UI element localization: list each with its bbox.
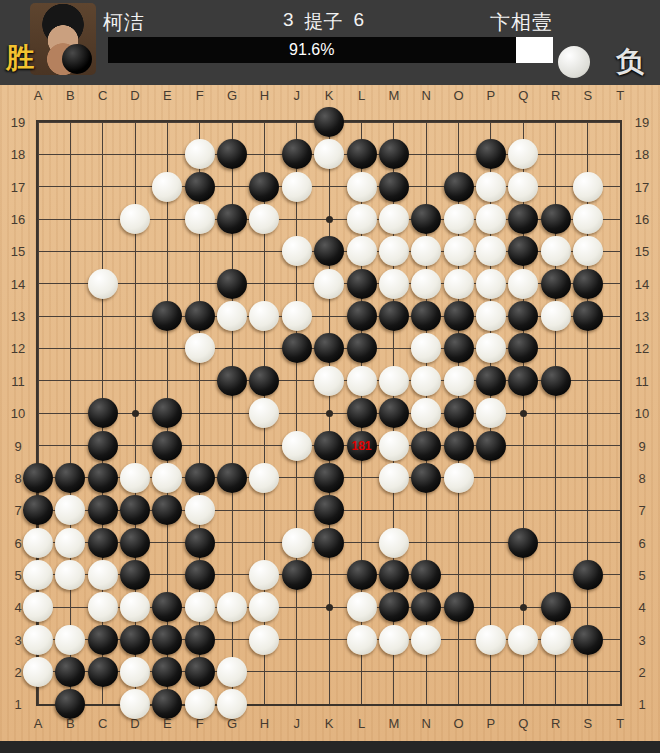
white-stone bbox=[185, 592, 215, 622]
black-stone bbox=[185, 463, 215, 493]
black-stone bbox=[444, 592, 474, 622]
captures-counter: 3 提子 6 bbox=[283, 9, 364, 35]
footer-bar bbox=[0, 741, 660, 753]
black-stone bbox=[444, 398, 474, 428]
black-stone bbox=[379, 139, 409, 169]
star-point bbox=[520, 410, 527, 417]
black-stone-icon bbox=[62, 44, 92, 74]
black-stone bbox=[347, 269, 377, 299]
black-stone bbox=[120, 528, 150, 558]
white-stone bbox=[541, 625, 571, 655]
white-stone bbox=[185, 139, 215, 169]
white-stone bbox=[573, 204, 603, 234]
black-stone bbox=[314, 107, 344, 137]
white-stone bbox=[379, 463, 409, 493]
white-stone bbox=[444, 204, 474, 234]
white-stone bbox=[314, 366, 344, 396]
row-label: 2 bbox=[630, 665, 654, 680]
column-label: H bbox=[254, 716, 274, 731]
column-label: M bbox=[384, 716, 404, 731]
column-label: K bbox=[319, 88, 339, 103]
go-board[interactable]: AABBCCDDEEFFGGHHJJKKLLMMNNOOPPQQRRSSTT19… bbox=[0, 85, 660, 741]
white-stone bbox=[88, 560, 118, 590]
column-label: J bbox=[287, 716, 307, 731]
black-stone bbox=[444, 431, 474, 461]
win-rate-text: 91.6% bbox=[289, 41, 334, 59]
black-stone bbox=[88, 495, 118, 525]
column-label: O bbox=[449, 716, 469, 731]
row-label: 12 bbox=[6, 341, 30, 356]
row-label: 13 bbox=[630, 309, 654, 324]
white-stone bbox=[347, 204, 377, 234]
column-label: J bbox=[287, 88, 307, 103]
black-stone bbox=[282, 139, 312, 169]
column-label: N bbox=[416, 88, 436, 103]
white-stone bbox=[379, 625, 409, 655]
white-stone bbox=[476, 269, 506, 299]
column-label: T bbox=[610, 88, 630, 103]
black-stone bbox=[185, 625, 215, 655]
black-stone bbox=[282, 560, 312, 590]
column-label: D bbox=[125, 88, 145, 103]
black-stone bbox=[23, 495, 53, 525]
black-stone bbox=[541, 204, 571, 234]
black-stone bbox=[347, 333, 377, 363]
row-label: 16 bbox=[6, 212, 30, 227]
white-stone bbox=[282, 431, 312, 461]
white-stone bbox=[411, 269, 441, 299]
left-player-name: 柯洁 bbox=[103, 9, 145, 36]
black-stone bbox=[88, 625, 118, 655]
row-label: 17 bbox=[630, 180, 654, 195]
column-label: O bbox=[449, 88, 469, 103]
white-stone bbox=[55, 625, 85, 655]
white-stone bbox=[120, 463, 150, 493]
black-stone bbox=[217, 204, 247, 234]
white-stone bbox=[282, 301, 312, 331]
row-label: 15 bbox=[630, 244, 654, 259]
black-stone bbox=[152, 431, 182, 461]
black-stone bbox=[444, 301, 474, 331]
row-label: 14 bbox=[6, 277, 30, 292]
black-stone bbox=[379, 301, 409, 331]
white-stone bbox=[217, 301, 247, 331]
black-stone bbox=[541, 269, 571, 299]
captures-label: 提子 bbox=[305, 9, 343, 35]
black-stone bbox=[217, 366, 247, 396]
column-label: Q bbox=[513, 88, 533, 103]
row-label: 8 bbox=[630, 471, 654, 486]
black-stone bbox=[185, 301, 215, 331]
black-stone bbox=[217, 269, 247, 299]
white-stone bbox=[573, 172, 603, 202]
row-label: 7 bbox=[630, 503, 654, 518]
black-stone bbox=[379, 398, 409, 428]
win-rate-bar: 91.6% bbox=[108, 37, 553, 63]
star-point bbox=[132, 410, 139, 417]
white-stone bbox=[120, 204, 150, 234]
black-stone bbox=[88, 431, 118, 461]
white-stone bbox=[88, 592, 118, 622]
column-label: G bbox=[222, 88, 242, 103]
captures-right-count: 6 bbox=[354, 9, 365, 35]
black-stone bbox=[444, 333, 474, 363]
star-point bbox=[326, 410, 333, 417]
row-label: 9 bbox=[630, 439, 654, 454]
row-label: 19 bbox=[630, 115, 654, 130]
white-stone bbox=[476, 301, 506, 331]
column-label: S bbox=[578, 88, 598, 103]
black-stone bbox=[314, 528, 344, 558]
row-label: 10 bbox=[630, 406, 654, 421]
black-stone bbox=[541, 592, 571, 622]
white-stone bbox=[476, 398, 506, 428]
column-label: K bbox=[319, 716, 339, 731]
column-label: B bbox=[60, 88, 80, 103]
white-stone-icon bbox=[558, 46, 590, 78]
white-stone bbox=[23, 657, 53, 687]
black-stone bbox=[411, 463, 441, 493]
white-stone bbox=[379, 366, 409, 396]
column-label: A bbox=[28, 716, 48, 731]
white-stone bbox=[347, 366, 377, 396]
white-stone bbox=[347, 592, 377, 622]
black-stone bbox=[508, 366, 538, 396]
left-result-badge: 胜 bbox=[6, 44, 34, 72]
white-stone bbox=[379, 269, 409, 299]
black-stone bbox=[88, 528, 118, 558]
white-stone bbox=[282, 236, 312, 266]
white-stone bbox=[23, 528, 53, 558]
white-stone bbox=[55, 528, 85, 558]
black-stone bbox=[249, 172, 279, 202]
black-stone bbox=[55, 463, 85, 493]
row-label: 15 bbox=[6, 244, 30, 259]
black-stone bbox=[444, 172, 474, 202]
match-header: 胜 柯洁 3 提子 6 卞相壹 91.6% 负 bbox=[0, 0, 660, 85]
row-label: 18 bbox=[630, 147, 654, 162]
row-label: 11 bbox=[630, 374, 654, 389]
white-stone bbox=[444, 236, 474, 266]
white-stone bbox=[476, 172, 506, 202]
white-stone bbox=[249, 625, 279, 655]
black-stone bbox=[88, 657, 118, 687]
column-label: L bbox=[352, 716, 372, 731]
white-stone bbox=[88, 269, 118, 299]
column-label: C bbox=[93, 716, 113, 731]
black-stone bbox=[476, 366, 506, 396]
row-label: 17 bbox=[6, 180, 30, 195]
black-stone bbox=[88, 398, 118, 428]
row-label: 1 bbox=[630, 697, 654, 712]
black-stone bbox=[573, 560, 603, 590]
white-stone bbox=[508, 172, 538, 202]
star-point bbox=[326, 604, 333, 611]
white-stone bbox=[217, 657, 247, 687]
column-label: N bbox=[416, 716, 436, 731]
star-point bbox=[520, 604, 527, 611]
white-stone bbox=[282, 172, 312, 202]
black-stone bbox=[508, 528, 538, 558]
star-point bbox=[326, 216, 333, 223]
black-stone bbox=[573, 301, 603, 331]
white-stone bbox=[217, 689, 247, 719]
black-stone bbox=[573, 625, 603, 655]
black-stone bbox=[347, 398, 377, 428]
row-label: 3 bbox=[630, 633, 654, 648]
white-stone bbox=[379, 204, 409, 234]
white-stone bbox=[347, 625, 377, 655]
column-label: S bbox=[578, 716, 598, 731]
column-label: L bbox=[352, 88, 372, 103]
row-label: 10 bbox=[6, 406, 30, 421]
black-stone bbox=[120, 625, 150, 655]
row-label: 13 bbox=[6, 309, 30, 324]
white-stone bbox=[379, 528, 409, 558]
marked-move-stone: 181 bbox=[347, 431, 377, 461]
row-label: 5 bbox=[630, 568, 654, 583]
column-label: F bbox=[190, 88, 210, 103]
black-stone bbox=[185, 560, 215, 590]
move-number-label: 181 bbox=[351, 440, 371, 452]
white-stone bbox=[444, 463, 474, 493]
row-label: 6 bbox=[630, 536, 654, 551]
column-label: T bbox=[610, 716, 630, 731]
right-result-badge: 负 bbox=[616, 48, 644, 76]
black-stone bbox=[411, 431, 441, 461]
row-label: 11 bbox=[6, 374, 30, 389]
row-label: 1 bbox=[6, 697, 30, 712]
black-stone bbox=[314, 463, 344, 493]
row-label: 12 bbox=[630, 341, 654, 356]
white-stone bbox=[23, 625, 53, 655]
black-stone bbox=[314, 431, 344, 461]
white-stone bbox=[347, 172, 377, 202]
black-stone bbox=[152, 689, 182, 719]
white-stone bbox=[185, 495, 215, 525]
white-stone bbox=[411, 625, 441, 655]
black-stone bbox=[185, 657, 215, 687]
black-stone bbox=[476, 431, 506, 461]
column-label: P bbox=[481, 88, 501, 103]
column-label: A bbox=[28, 88, 48, 103]
white-stone bbox=[476, 204, 506, 234]
win-rate-fill: 91.6% bbox=[108, 37, 516, 63]
white-stone bbox=[541, 236, 571, 266]
white-stone bbox=[120, 657, 150, 687]
white-stone bbox=[314, 269, 344, 299]
black-stone bbox=[185, 172, 215, 202]
white-stone bbox=[444, 366, 474, 396]
black-stone bbox=[379, 560, 409, 590]
white-stone bbox=[508, 625, 538, 655]
black-stone bbox=[23, 463, 53, 493]
row-label: 4 bbox=[630, 600, 654, 615]
black-stone bbox=[379, 592, 409, 622]
black-stone bbox=[541, 366, 571, 396]
white-stone bbox=[444, 269, 474, 299]
row-label: 9 bbox=[6, 439, 30, 454]
black-stone bbox=[185, 528, 215, 558]
row-label: 14 bbox=[630, 277, 654, 292]
white-stone bbox=[185, 689, 215, 719]
column-label: Q bbox=[513, 716, 533, 731]
column-label: E bbox=[157, 88, 177, 103]
row-label: 16 bbox=[630, 212, 654, 227]
black-stone bbox=[379, 172, 409, 202]
black-stone bbox=[152, 625, 182, 655]
black-stone bbox=[411, 560, 441, 590]
white-stone bbox=[379, 431, 409, 461]
white-stone bbox=[185, 204, 215, 234]
column-label: R bbox=[546, 88, 566, 103]
black-stone bbox=[88, 463, 118, 493]
column-label: R bbox=[546, 716, 566, 731]
column-label: M bbox=[384, 88, 404, 103]
column-label: H bbox=[254, 88, 274, 103]
black-stone bbox=[347, 560, 377, 590]
black-stone bbox=[347, 301, 377, 331]
column-label: C bbox=[93, 88, 113, 103]
white-stone bbox=[476, 625, 506, 655]
white-stone bbox=[411, 366, 441, 396]
black-stone bbox=[55, 689, 85, 719]
white-stone bbox=[282, 528, 312, 558]
row-label: 18 bbox=[6, 147, 30, 162]
black-stone bbox=[120, 560, 150, 590]
white-stone bbox=[185, 333, 215, 363]
white-stone bbox=[508, 269, 538, 299]
white-stone bbox=[541, 301, 571, 331]
column-label: P bbox=[481, 716, 501, 731]
row-label: 19 bbox=[6, 115, 30, 130]
white-stone bbox=[23, 560, 53, 590]
black-stone bbox=[347, 139, 377, 169]
black-stone bbox=[573, 269, 603, 299]
black-stone bbox=[217, 463, 247, 493]
right-player-name: 卞相壹 bbox=[420, 9, 553, 36]
white-stone bbox=[120, 689, 150, 719]
white-stone bbox=[152, 172, 182, 202]
captures-left-count: 3 bbox=[283, 9, 294, 35]
white-stone bbox=[347, 236, 377, 266]
